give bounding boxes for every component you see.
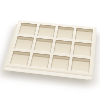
- tray-compartment-r1c1: [18, 23, 37, 36]
- tray-compartment-r3c1: [10, 51, 31, 66]
- photo-white-background: [0, 0, 100, 100]
- tray-compartment-r1c3: [56, 26, 74, 39]
- tray-compartment-r1c2: [37, 24, 55, 37]
- tray-compartment-r2c4: [73, 42, 92, 57]
- tray-compartment-r1c4: [75, 28, 93, 42]
- tray-compartment-r3c4: [71, 57, 90, 73]
- tray-compartment-r2c3: [53, 40, 72, 54]
- tray-compartment-r3c2: [30, 53, 50, 68]
- tray-grid: [10, 23, 93, 73]
- tray-compartment-r3c3: [50, 55, 70, 71]
- tray: [5, 20, 97, 77]
- tray-frame: [5, 20, 97, 77]
- tray-compartment-r2c1: [14, 36, 34, 50]
- tray-compartment-r2c2: [34, 38, 53, 52]
